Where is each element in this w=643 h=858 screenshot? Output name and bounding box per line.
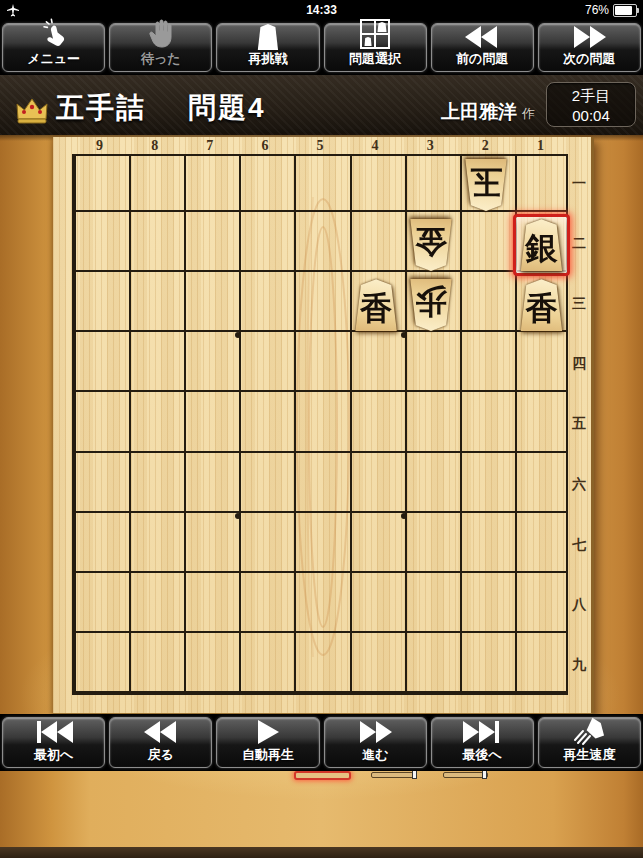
battery-percent: 76%: [585, 3, 609, 17]
shogi-piece-4三[interactable]: 香: [353, 279, 399, 331]
piece-kanji: 金: [415, 226, 447, 264]
file-label: 1: [513, 138, 568, 153]
play-icon: [217, 718, 318, 746]
piece-kanji: 銀: [525, 226, 557, 264]
skip-to-end-label: 最後へ: [463, 746, 502, 767]
file-label: 3: [403, 138, 458, 153]
menu-button[interactable]: メニュー: [2, 23, 105, 72]
rank-label: 四: [569, 334, 589, 394]
skip-to-end-icon: [432, 718, 533, 746]
step-back-button[interactable]: 戻る: [109, 717, 212, 768]
step-forward-button[interactable]: 進む: [324, 717, 427, 768]
shogi-piece-3三[interactable]: 歩: [408, 279, 454, 331]
author: 上田雅洋作: [441, 99, 535, 125]
retry-button-label: 再挑戦: [248, 50, 287, 71]
clock-time: 14:33: [0, 3, 643, 17]
move-counter: 2手目: [547, 86, 635, 106]
file-label: 6: [237, 138, 292, 153]
file-label: 5: [292, 138, 347, 153]
retry-button[interactable]: 再挑戦: [216, 23, 319, 72]
rank-label: 一: [569, 154, 589, 214]
star-point: [401, 332, 407, 338]
double-left-arrow-icon: [432, 24, 533, 50]
auto-play-label: 自動再生: [242, 746, 294, 767]
rewind-icon: [110, 718, 211, 746]
star-point: [235, 513, 241, 519]
skip-to-start-button[interactable]: 最初へ: [2, 717, 105, 768]
file-label: 4: [348, 138, 403, 153]
skip-to-end-button[interactable]: 最後へ: [431, 717, 534, 768]
status-bar: 14:33 76%: [0, 0, 643, 20]
shogi-piece-3二[interactable]: 金: [408, 219, 454, 271]
rank-label: 五: [569, 394, 589, 454]
hand-piece-selected-sliver[interactable]: [294, 771, 351, 780]
rank-label: 二: [569, 214, 589, 274]
next-problem-button[interactable]: 次の問題: [538, 23, 641, 72]
skip-to-start-icon: [3, 718, 104, 746]
rank-label: 三: [569, 274, 589, 334]
piece-kanji: 歩: [415, 286, 447, 324]
piece-kanji: 香: [360, 286, 392, 324]
shogi-piece-1二[interactable]: 銀: [518, 219, 564, 271]
problem-grid-icon: [325, 18, 426, 50]
problem-title: 五手詰 問題4: [56, 89, 266, 127]
next-problem-label: 次の問題: [563, 50, 615, 71]
palm-hand-icon: [110, 18, 211, 50]
previous-problem-button[interactable]: 前の問題: [431, 23, 534, 72]
playback-speed-label: 再生速度: [563, 746, 615, 767]
rank-label: 七: [569, 515, 589, 575]
rank-label: 六: [569, 455, 589, 515]
battery-icon: [613, 4, 637, 17]
fast-forward-icon: [325, 718, 426, 746]
skip-to-start-label: 最初へ: [34, 746, 73, 767]
board-grid[interactable]: [72, 154, 568, 695]
piece-kanji: 玉: [470, 166, 502, 204]
rank-label: 八: [569, 575, 589, 635]
file-label: 2: [458, 138, 513, 153]
problem-number: 問題4: [188, 89, 266, 127]
problem-header: 五手詰 問題4 上田雅洋作 2手目 00:04: [0, 75, 643, 135]
playback-toolbar: 最初へ 戻る 自動再生 進む 最後へ 再生速度: [0, 714, 643, 771]
previous-problem-label: 前の問題: [456, 50, 508, 71]
crown-icon: [15, 97, 49, 125]
step-back-label: 戻る: [148, 746, 174, 767]
problem-category: 五手詰: [56, 89, 146, 127]
double-right-arrow-icon: [539, 24, 640, 50]
menu-button-label: メニュー: [27, 50, 80, 71]
step-forward-label: 進む: [362, 746, 388, 767]
problem-select-label: 問題選択: [349, 50, 401, 71]
shogi-board[interactable]: 987654321一二三四五六七八九 玉金銀香歩香: [53, 137, 594, 715]
playback-speed-icon: [539, 716, 640, 746]
undo-matta-button[interactable]: 待った: [109, 23, 212, 72]
shogi-piece-1三[interactable]: 香: [518, 279, 564, 331]
star-point: [401, 513, 407, 519]
problem-select-button[interactable]: 問題選択: [324, 23, 427, 72]
playback-speed-button[interactable]: 再生速度: [538, 717, 641, 768]
undo-matta-label: 待った: [141, 50, 181, 71]
top-toolbar: メニュー 待った 再挑戦 問題選択 前の問題 次の問題: [0, 20, 643, 75]
hand-piece-sliver[interactable]: [371, 772, 417, 778]
shogi-piece-2一[interactable]: 玉: [463, 159, 509, 211]
tap-hand-icon: [3, 18, 104, 50]
file-label: 7: [182, 138, 237, 153]
elapsed-time: 00:04: [547, 106, 635, 126]
bottom-edge-strip: [0, 847, 643, 858]
shogi-piece-icon: [217, 24, 318, 50]
rank-label: 九: [569, 635, 589, 695]
file-label: 8: [127, 138, 182, 153]
file-label: 9: [72, 138, 127, 153]
author-suffix: 作: [522, 106, 535, 121]
move-counter-box: 2手目 00:04: [546, 82, 636, 127]
auto-play-button[interactable]: 自動再生: [216, 717, 319, 768]
piece-kanji: 香: [525, 286, 557, 324]
